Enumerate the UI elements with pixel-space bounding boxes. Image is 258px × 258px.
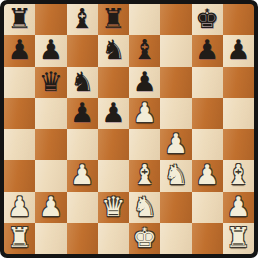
square-d7[interactable]: ♞: [98, 35, 129, 66]
square-c5[interactable]: ♟: [67, 98, 98, 129]
square-c7[interactable]: [67, 35, 98, 66]
piece-white-rook: ♜: [226, 222, 250, 253]
square-c4[interactable]: [67, 129, 98, 160]
square-e8[interactable]: [129, 4, 160, 35]
square-f6[interactable]: [160, 67, 191, 98]
square-d2[interactable]: ♛: [98, 192, 129, 223]
square-d3[interactable]: [98, 160, 129, 191]
square-d1[interactable]: [98, 223, 129, 254]
square-h8[interactable]: [223, 4, 254, 35]
piece-white-pawn: ♟: [164, 128, 188, 159]
square-b1[interactable]: [35, 223, 66, 254]
square-h7[interactable]: ♟: [223, 35, 254, 66]
square-c1[interactable]: [67, 223, 98, 254]
square-b6[interactable]: ♛: [35, 67, 66, 98]
piece-white-pawn: ♟: [226, 191, 250, 222]
piece-black-pawn: ♟: [8, 34, 32, 65]
chess-board: ♜♝♜♚♟♟♞♝♟♟♛♞♟♟♟♟♟♟♝♞♟♝♟♟♛♞♟♜♚♜: [4, 4, 254, 254]
square-b3[interactable]: [35, 160, 66, 191]
piece-black-pawn: ♟: [39, 34, 63, 65]
square-g1[interactable]: [192, 223, 223, 254]
piece-white-knight: ♞: [133, 191, 157, 222]
square-f4[interactable]: ♟: [160, 129, 191, 160]
square-a3[interactable]: [4, 160, 35, 191]
square-g7[interactable]: ♟: [192, 35, 223, 66]
piece-black-bishop: ♝: [70, 4, 94, 34]
piece-white-pawn: ♟: [8, 191, 32, 222]
square-h2[interactable]: ♟: [223, 192, 254, 223]
piece-black-knight: ♞: [70, 66, 94, 97]
square-b8[interactable]: [35, 4, 66, 35]
square-e6[interactable]: ♟: [129, 67, 160, 98]
piece-white-knight: ♞: [164, 159, 188, 190]
piece-black-rook: ♜: [8, 4, 32, 34]
square-e2[interactable]: ♞: [129, 192, 160, 223]
piece-black-pawn: ♟: [133, 66, 157, 97]
square-b2[interactable]: ♟: [35, 192, 66, 223]
piece-black-pawn: ♟: [70, 97, 94, 128]
piece-black-king: ♚: [195, 4, 219, 34]
square-b5[interactable]: [35, 98, 66, 129]
square-c8[interactable]: ♝: [67, 4, 98, 35]
piece-black-knight: ♞: [101, 34, 125, 65]
piece-black-queen: ♛: [39, 66, 63, 97]
square-c2[interactable]: [67, 192, 98, 223]
square-g3[interactable]: ♟: [192, 160, 223, 191]
square-h1[interactable]: ♜: [223, 223, 254, 254]
square-f1[interactable]: [160, 223, 191, 254]
square-g5[interactable]: [192, 98, 223, 129]
piece-white-pawn: ♟: [70, 159, 94, 190]
square-h6[interactable]: [223, 67, 254, 98]
square-f3[interactable]: ♞: [160, 160, 191, 191]
square-f7[interactable]: [160, 35, 191, 66]
square-a4[interactable]: [4, 129, 35, 160]
piece-white-queen: ♛: [101, 191, 125, 222]
piece-white-pawn: ♟: [39, 191, 63, 222]
piece-white-pawn: ♟: [195, 159, 219, 190]
square-d4[interactable]: [98, 129, 129, 160]
piece-white-pawn: ♟: [133, 97, 157, 128]
piece-white-bishop: ♝: [133, 159, 157, 190]
square-a6[interactable]: [4, 67, 35, 98]
piece-black-pawn: ♟: [195, 34, 219, 65]
square-c3[interactable]: ♟: [67, 160, 98, 191]
square-a7[interactable]: ♟: [4, 35, 35, 66]
square-g2[interactable]: [192, 192, 223, 223]
square-h4[interactable]: [223, 129, 254, 160]
piece-black-bishop: ♝: [133, 34, 157, 65]
square-g4[interactable]: [192, 129, 223, 160]
square-b7[interactable]: ♟: [35, 35, 66, 66]
square-a5[interactable]: [4, 98, 35, 129]
piece-black-pawn: ♟: [226, 34, 250, 65]
piece-black-pawn: ♟: [101, 97, 125, 128]
square-e4[interactable]: [129, 129, 160, 160]
square-d5[interactable]: ♟: [98, 98, 129, 129]
square-e3[interactable]: ♝: [129, 160, 160, 191]
square-b4[interactable]: [35, 129, 66, 160]
piece-white-bishop: ♝: [226, 159, 250, 190]
square-g8[interactable]: ♚: [192, 4, 223, 35]
piece-white-king: ♚: [133, 222, 157, 253]
square-h3[interactable]: ♝: [223, 160, 254, 191]
square-e1[interactable]: ♚: [129, 223, 160, 254]
square-e7[interactable]: ♝: [129, 35, 160, 66]
square-f5[interactable]: [160, 98, 191, 129]
square-d6[interactable]: [98, 67, 129, 98]
square-a2[interactable]: ♟: [4, 192, 35, 223]
piece-white-rook: ♜: [8, 222, 32, 253]
piece-black-rook: ♜: [101, 4, 125, 34]
square-g6[interactable]: [192, 67, 223, 98]
square-e5[interactable]: ♟: [129, 98, 160, 129]
square-f2[interactable]: [160, 192, 191, 223]
square-c6[interactable]: ♞: [67, 67, 98, 98]
square-a8[interactable]: ♜: [4, 4, 35, 35]
square-d8[interactable]: ♜: [98, 4, 129, 35]
square-h5[interactable]: [223, 98, 254, 129]
chess-board-frame: ♜♝♜♚♟♟♞♝♟♟♛♞♟♟♟♟♟♟♝♞♟♝♟♟♛♞♟♜♚♜: [0, 0, 258, 258]
square-f8[interactable]: [160, 4, 191, 35]
square-a1[interactable]: ♜: [4, 223, 35, 254]
